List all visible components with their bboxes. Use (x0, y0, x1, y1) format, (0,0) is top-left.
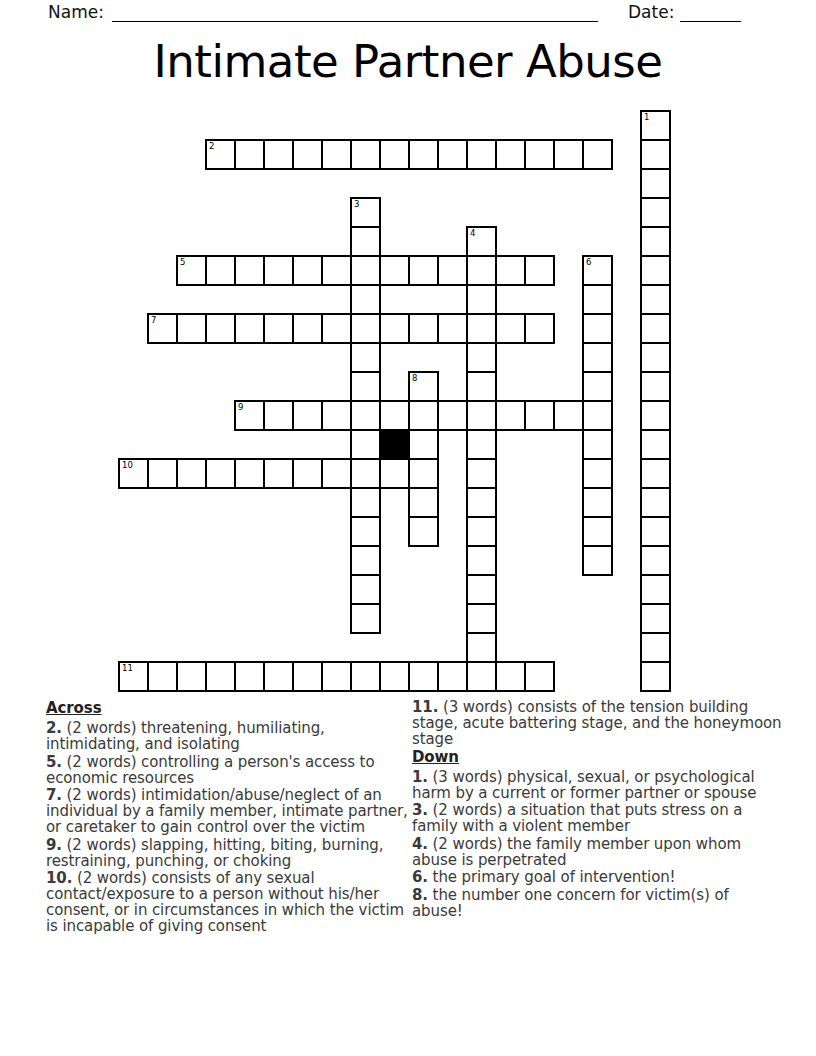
crossword-cell[interactable] (321, 400, 352, 431)
crossword-cell[interactable] (437, 139, 468, 170)
crossword-cell[interactable] (640, 197, 671, 228)
crossword-cell[interactable] (292, 255, 323, 286)
crossword-cell[interactable] (524, 313, 555, 344)
crossword-cell[interactable] (263, 313, 294, 344)
crossword-cell[interactable] (350, 516, 381, 547)
crossword-cell[interactable] (640, 313, 671, 344)
crossword-cell[interactable] (640, 429, 671, 460)
crossword-cell[interactable] (379, 661, 410, 692)
crossword-cell[interactable] (640, 226, 671, 257)
clue-down-1: 1. (3 words) physical, sexual, or psycho… (412, 769, 784, 801)
crossword-cell[interactable] (640, 458, 671, 489)
crossword-cell[interactable] (379, 313, 410, 344)
crossword-cell[interactable] (640, 487, 671, 518)
crossword-cell[interactable] (437, 255, 468, 286)
clue-across-10: 10. (2 words) consists of any sexual con… (46, 870, 418, 934)
crossword-cell[interactable] (408, 313, 439, 344)
crossword-cell[interactable] (582, 284, 613, 315)
clue-across-7: 7. (2 words) intimidation/abuse/neglect … (46, 787, 418, 835)
crossword-cell[interactable] (437, 400, 468, 431)
crossword-cell[interactable] (495, 400, 526, 431)
crossword-cell[interactable]: 2 (205, 139, 236, 170)
crossword-cell[interactable] (205, 313, 236, 344)
crossword-cell[interactable] (350, 661, 381, 692)
crossword-cell[interactable]: 8 (408, 371, 439, 402)
crossword-cell[interactable] (640, 255, 671, 286)
crossword-cell[interactable] (582, 139, 613, 170)
crossword-cell[interactable] (466, 371, 497, 402)
crossword-cell[interactable] (350, 255, 381, 286)
crossword-cell[interactable] (263, 255, 294, 286)
crossword-cell[interactable] (292, 661, 323, 692)
clue-number: 9 (238, 402, 243, 412)
crossword-cell[interactable] (408, 429, 439, 460)
crossword-cell[interactable] (582, 400, 613, 431)
clue-number: 5 (180, 257, 185, 267)
crossword-cell[interactable] (379, 255, 410, 286)
crossword-cell[interactable] (582, 545, 613, 576)
crossword-cell[interactable] (495, 255, 526, 286)
crossword-cell[interactable] (553, 400, 584, 431)
clue-text: (2 words) intimidation/abuse/neglect of … (46, 786, 408, 836)
crossword-cell[interactable] (321, 313, 352, 344)
crossword-cell[interactable] (466, 342, 497, 373)
clue-text: (3 words) physical, sexual, or psycholog… (412, 768, 756, 802)
crossword-cell[interactable] (350, 458, 381, 489)
crossword-cell[interactable] (176, 458, 207, 489)
clue-text: the number one concern for victim(s) of … (412, 886, 729, 920)
crossword-cell[interactable] (263, 661, 294, 692)
name-underline[interactable] (112, 21, 598, 22)
crossword-cell[interactable]: 3 (350, 197, 381, 228)
puzzle-title: Intimate Partner Abuse (0, 36, 816, 88)
clue-number-label: 6. (412, 868, 428, 886)
crossword-cell[interactable] (147, 661, 178, 692)
crossword-cell[interactable] (495, 313, 526, 344)
crossword-cell[interactable] (553, 139, 584, 170)
clue-number: 3 (354, 199, 359, 209)
crossword-cell[interactable] (466, 139, 497, 170)
crossword-cell[interactable] (495, 139, 526, 170)
crossword-cell[interactable] (466, 400, 497, 431)
crossword-cell[interactable] (234, 458, 265, 489)
crossword-cell[interactable]: 11 (118, 661, 149, 692)
name-label: Name: (48, 3, 104, 22)
crossword-cell[interactable] (350, 545, 381, 576)
crossword-cell[interactable] (466, 574, 497, 605)
crossword-cell[interactable] (292, 313, 323, 344)
crossword-cell[interactable] (321, 458, 352, 489)
crossword-cell[interactable] (176, 313, 207, 344)
crossword-cell[interactable] (408, 458, 439, 489)
crossword-cell[interactable] (350, 284, 381, 315)
crossword-cell[interactable] (234, 255, 265, 286)
clue-text: (2 words) controlling a person's access … (46, 753, 374, 787)
crossword-cell[interactable] (408, 661, 439, 692)
crossword-cell[interactable] (408, 516, 439, 547)
crossword-cell[interactable] (466, 284, 497, 315)
crossword-cell[interactable] (640, 139, 671, 170)
crossword-cell[interactable]: 1 (640, 110, 671, 141)
crossword-cell[interactable] (466, 255, 497, 286)
crossword-cell[interactable]: 10 (118, 458, 149, 489)
crossword-cell[interactable]: 4 (466, 226, 497, 257)
crossword-cell[interactable] (379, 458, 410, 489)
crossword-cell[interactable] (263, 458, 294, 489)
crossword-cell[interactable] (640, 371, 671, 402)
crossword-cell[interactable] (234, 313, 265, 344)
clue-number: 1 (644, 112, 649, 122)
crossword-cell[interactable] (582, 516, 613, 547)
clues-column-left: Across2. (2 words) threatening, humiliat… (46, 699, 418, 936)
crossword-cell[interactable] (640, 342, 671, 373)
crossword-cell[interactable] (466, 458, 497, 489)
crossword-cell[interactable] (408, 487, 439, 518)
crossword-cell[interactable] (524, 255, 555, 286)
crossword-cell[interactable] (640, 168, 671, 199)
crossword-cell[interactable] (379, 400, 410, 431)
crossword-cell[interactable] (321, 255, 352, 286)
clue-text: (2 words) consists of any sexual contact… (46, 869, 404, 935)
crossword-cell[interactable] (408, 139, 439, 170)
crossword-cell[interactable] (350, 371, 381, 402)
crossword-cell[interactable] (640, 545, 671, 576)
clue-number: 6 (586, 257, 591, 267)
crossword-cell[interactable] (466, 545, 497, 576)
clue-down-3: 3. (2 words) a situation that puts stres… (412, 802, 784, 834)
clue-across-5: 5. (2 words) controlling a person's acce… (46, 754, 418, 786)
crossword-cell[interactable] (466, 661, 497, 692)
clue-number: 11 (122, 663, 133, 673)
crossword-cell[interactable] (205, 458, 236, 489)
crossword-cell[interactable]: 5 (176, 255, 207, 286)
crossword-cell[interactable] (350, 139, 381, 170)
clue-across-9: 9. (2 words) slapping, hitting, biting, … (46, 837, 418, 869)
clue-across-2: 2. (2 words) threatening, humiliating, i… (46, 720, 418, 752)
clue-number: 4 (470, 228, 475, 238)
clue-text: (2 words) slapping, hitting, biting, bur… (46, 836, 383, 870)
crossword-cell[interactable] (379, 139, 410, 170)
crossword-cell[interactable] (466, 487, 497, 518)
crossword-cell[interactable] (640, 603, 671, 634)
crossword-cell[interactable] (640, 661, 671, 692)
crossword-cell[interactable] (582, 458, 613, 489)
clues-column-right: 11. (3 words) consists of the tension bu… (412, 699, 784, 920)
crossword-cell[interactable] (640, 400, 671, 431)
crossword-cell[interactable] (524, 400, 555, 431)
crossword-cell[interactable] (408, 255, 439, 286)
crossword-cell[interactable]: 7 (147, 313, 178, 344)
across-header: Across (46, 700, 418, 716)
crossword-cell[interactable] (147, 458, 178, 489)
crossword-cell[interactable] (495, 661, 526, 692)
clue-number: 8 (412, 373, 417, 383)
crossword-cell[interactable] (466, 603, 497, 634)
clue-text: (2 words) the family member upon whom ab… (412, 835, 741, 869)
crossword-cell[interactable] (292, 400, 323, 431)
crossword-cell[interactable] (321, 661, 352, 692)
crossword-cell[interactable] (321, 139, 352, 170)
date-label: Date: (628, 3, 674, 22)
crossword-cell[interactable] (292, 139, 323, 170)
crossword-cell[interactable] (466, 429, 497, 460)
crossword-cell[interactable] (466, 313, 497, 344)
crossword-cell[interactable] (263, 139, 294, 170)
crossword-cell[interactable] (466, 632, 497, 663)
crossword-cell[interactable] (640, 632, 671, 663)
crossword-cell[interactable] (582, 429, 613, 460)
crossword-cell[interactable] (524, 661, 555, 692)
clue-number: 7 (151, 315, 156, 325)
crossword-cell[interactable] (350, 226, 381, 257)
crossword-cell[interactable] (408, 400, 439, 431)
crossword-cell[interactable] (582, 371, 613, 402)
crossword-cell[interactable] (466, 516, 497, 547)
crossword-cell[interactable] (350, 487, 381, 518)
clue-text: (3 words) consists of the tension buildi… (412, 698, 781, 748)
crossword-cell[interactable] (234, 139, 265, 170)
clue-down-6: 6. the primary goal of intervention! (412, 869, 784, 885)
crossword-cell[interactable] (582, 313, 613, 344)
crossword-cell[interactable] (524, 139, 555, 170)
crossword-cell[interactable] (640, 574, 671, 605)
clue-down-8: 8. the number one concern for victim(s) … (412, 887, 784, 919)
crossword-cell[interactable] (263, 400, 294, 431)
crossword-cell[interactable] (350, 429, 381, 460)
crossword-cell[interactable] (640, 516, 671, 547)
crossword-cell[interactable] (205, 255, 236, 286)
crossword-cell[interactable] (437, 661, 468, 692)
clue-number: 10 (122, 460, 133, 470)
clue-text: (2 words) a situation that puts stress o… (412, 801, 742, 835)
crossword-cell[interactable] (234, 661, 265, 692)
crossword-cell[interactable] (350, 342, 381, 373)
crossword-cell[interactable] (350, 400, 381, 431)
clue-across-11: 11. (3 words) consists of the tension bu… (412, 699, 784, 747)
crossword-cell[interactable] (437, 313, 468, 344)
down-header: Down (412, 749, 784, 765)
crossword-cell[interactable] (205, 661, 236, 692)
crossword-cell[interactable] (582, 487, 613, 518)
crossword-cell[interactable] (582, 342, 613, 373)
crossword-cell[interactable] (176, 661, 207, 692)
crossword-cell[interactable]: 9 (234, 400, 265, 431)
crossword-cell[interactable] (640, 284, 671, 315)
black-cell (379, 429, 410, 460)
crossword-cell[interactable] (350, 574, 381, 605)
crossword-cell[interactable]: 6 (582, 255, 613, 286)
crossword-cell[interactable] (292, 458, 323, 489)
crossword-cell[interactable] (350, 603, 381, 634)
clue-text: (2 words) threatening, humiliating, inti… (46, 719, 325, 753)
date-underline[interactable] (680, 21, 741, 22)
clue-text: the primary goal of intervention! (433, 868, 676, 886)
clue-down-4: 4. (2 words) the family member upon whom… (412, 836, 784, 868)
crossword-cell[interactable] (350, 313, 381, 344)
clue-number: 2 (209, 141, 214, 151)
